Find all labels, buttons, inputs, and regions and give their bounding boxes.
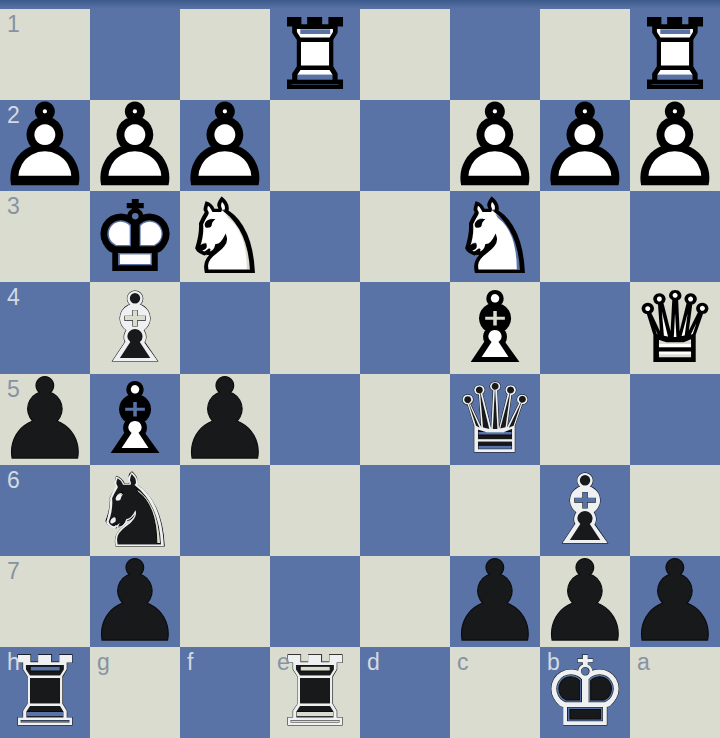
file-label: h [7,651,20,674]
file-label: f [187,651,193,674]
file-label: e [277,651,290,674]
square-d7[interactable] [360,556,450,647]
square-e4[interactable] [270,282,360,373]
square-c3[interactable]: ♞♘ [450,191,540,282]
square-d5[interactable] [360,374,450,465]
piece-white-king[interactable]: ♚♔ [90,191,180,282]
square-h7[interactable]: 7 [0,556,90,647]
file-label: a [637,651,650,674]
square-b7[interactable]: ♟ [540,556,630,647]
square-f5[interactable]: ♟ [180,374,270,465]
square-a7[interactable]: ♟ [630,556,720,647]
piece-white-knight[interactable]: ♞♘ [177,189,272,286]
square-f8[interactable]: f [180,647,270,738]
square-d4[interactable] [360,282,450,373]
piece-white-queen[interactable]: ♛♕ [630,282,720,373]
square-g7[interactable]: ♟ [90,556,180,647]
square-e3[interactable] [270,191,360,282]
square-e7[interactable] [270,556,360,647]
square-a5[interactable] [630,374,720,465]
square-b4[interactable] [540,282,630,373]
square-b5[interactable] [540,374,630,465]
square-d8[interactable]: d [360,647,450,738]
square-h8[interactable]: h♜♖ [0,647,90,738]
file-label: c [457,651,469,674]
square-a2[interactable]: ♟♙ [630,100,720,191]
square-e1[interactable]: ♜♖ [270,9,360,100]
square-f7[interactable] [180,556,270,647]
piece-white-pawn[interactable]: ♟♙ [623,93,720,199]
square-g2[interactable]: ♟♙ [90,100,180,191]
square-e8[interactable]: e♜♖ [270,647,360,738]
square-a4[interactable]: ♛♕ [630,282,720,373]
square-e6[interactable] [270,465,360,556]
top-edge-strip [0,0,720,9]
square-b8[interactable]: b♚♔ [540,647,630,738]
chess-app-screen: 1♜♖♜♖2♟♙♟♙♟♙♟♙♟♙♟♙3♚♔♞♘♞♘4♝♗♝♗♛♕5♟♝♗♟♛♕6… [0,0,720,738]
piece-black-pawn[interactable]: ♟ [83,548,187,654]
piece-black-pawn[interactable]: ♟ [443,548,547,654]
rank-label: 3 [7,195,20,218]
rank-label: 1 [7,13,20,36]
file-label: b [547,651,560,674]
piece-white-rook[interactable]: ♜♖ [270,9,360,100]
square-d6[interactable] [360,465,450,556]
square-d1[interactable] [360,9,450,100]
chess-board: 1♜♖♜♖2♟♙♟♙♟♙♟♙♟♙♟♙3♚♔♞♘♞♘4♝♗♝♗♛♕5♟♝♗♟♛♕6… [0,9,720,738]
piece-white-knight[interactable]: ♞♘ [447,189,542,286]
square-g4[interactable]: ♝♗ [90,282,180,373]
square-h5[interactable]: 5♟ [0,374,90,465]
square-e5[interactable] [270,374,360,465]
piece-white-pawn[interactable]: ♟♙ [533,93,637,199]
square-c4[interactable]: ♝♗ [450,282,540,373]
square-d3[interactable] [360,191,450,282]
rank-label: 5 [7,378,20,401]
square-h2[interactable]: 2♟♙ [0,100,90,191]
square-g3[interactable]: ♚♔ [90,191,180,282]
piece-black-pawn[interactable]: ♟ [623,548,720,654]
square-b2[interactable]: ♟♙ [540,100,630,191]
square-e2[interactable] [270,100,360,191]
piece-black-pawn[interactable]: ♟ [173,366,277,472]
piece-black-queen[interactable]: ♛♕ [450,374,540,465]
file-label: g [97,651,110,674]
rank-label: 4 [7,286,20,309]
square-c7[interactable]: ♟ [450,556,540,647]
rank-label: 6 [7,469,20,492]
square-d2[interactable] [360,100,450,191]
rank-label: 7 [7,560,20,583]
rank-label: 2 [7,104,20,127]
piece-white-bishop[interactable]: ♝♗ [450,282,540,373]
piece-black-bishop[interactable]: ♝♗ [90,282,180,373]
square-f3[interactable]: ♞♘ [180,191,270,282]
file-label: d [367,651,380,674]
square-c5[interactable]: ♛♕ [450,374,540,465]
